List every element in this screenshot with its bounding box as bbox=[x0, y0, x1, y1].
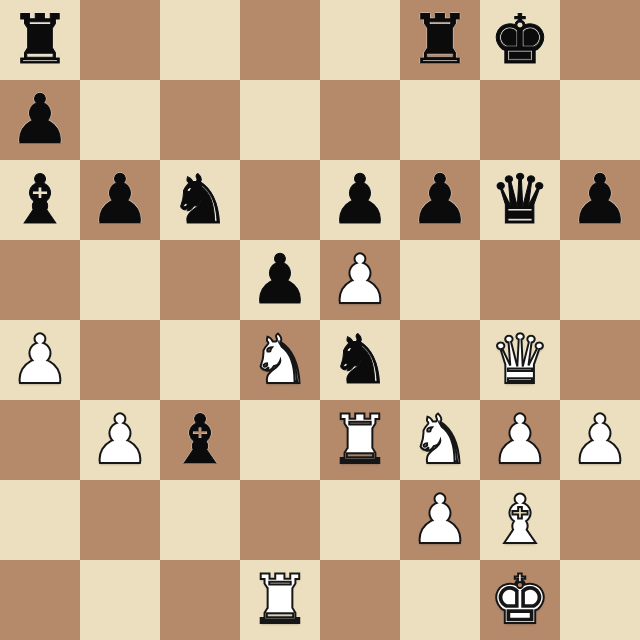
square-h4[interactable] bbox=[560, 320, 640, 400]
black-pawn[interactable]: ♟ bbox=[330, 160, 391, 240]
square-d4[interactable]: ♞ bbox=[240, 320, 320, 400]
square-a7[interactable]: ♟ bbox=[0, 80, 80, 160]
square-e2[interactable] bbox=[320, 480, 400, 560]
black-pawn[interactable]: ♟ bbox=[90, 160, 151, 240]
square-g1[interactable]: ♚ bbox=[480, 560, 560, 640]
white-pawn[interactable]: ♟ bbox=[90, 400, 151, 480]
square-a2[interactable] bbox=[0, 480, 80, 560]
square-d7[interactable] bbox=[240, 80, 320, 160]
square-g4[interactable]: ♛ bbox=[480, 320, 560, 400]
square-b6[interactable]: ♟ bbox=[80, 160, 160, 240]
black-pawn[interactable]: ♟ bbox=[250, 240, 311, 320]
black-queen[interactable]: ♛ bbox=[490, 160, 551, 240]
black-pawn[interactable]: ♟ bbox=[10, 80, 71, 160]
square-d3[interactable] bbox=[240, 400, 320, 480]
square-g3[interactable]: ♟ bbox=[480, 400, 560, 480]
white-bishop[interactable]: ♝ bbox=[490, 480, 551, 560]
square-c6[interactable]: ♞ bbox=[160, 160, 240, 240]
square-h6[interactable]: ♟ bbox=[560, 160, 640, 240]
white-king[interactable]: ♚ bbox=[490, 560, 551, 640]
black-knight[interactable]: ♞ bbox=[330, 320, 391, 400]
square-b3[interactable]: ♟ bbox=[80, 400, 160, 480]
square-a8[interactable]: ♜ bbox=[0, 0, 80, 80]
square-g7[interactable] bbox=[480, 80, 560, 160]
square-f3[interactable]: ♞ bbox=[400, 400, 480, 480]
black-rook[interactable]: ♜ bbox=[10, 0, 71, 80]
square-c3[interactable]: ♝ bbox=[160, 400, 240, 480]
square-e3[interactable]: ♜ bbox=[320, 400, 400, 480]
square-d2[interactable] bbox=[240, 480, 320, 560]
square-f1[interactable] bbox=[400, 560, 480, 640]
square-c5[interactable] bbox=[160, 240, 240, 320]
square-e8[interactable] bbox=[320, 0, 400, 80]
square-e1[interactable] bbox=[320, 560, 400, 640]
square-b8[interactable] bbox=[80, 0, 160, 80]
square-g2[interactable]: ♝ bbox=[480, 480, 560, 560]
white-pawn[interactable]: ♟ bbox=[10, 320, 71, 400]
square-c7[interactable] bbox=[160, 80, 240, 160]
square-f8[interactable]: ♜ bbox=[400, 0, 480, 80]
square-g6[interactable]: ♛ bbox=[480, 160, 560, 240]
square-b4[interactable] bbox=[80, 320, 160, 400]
square-h8[interactable] bbox=[560, 0, 640, 80]
square-f4[interactable] bbox=[400, 320, 480, 400]
black-rook[interactable]: ♜ bbox=[410, 0, 471, 80]
black-king[interactable]: ♚ bbox=[490, 0, 551, 80]
square-f2[interactable]: ♟ bbox=[400, 480, 480, 560]
white-pawn[interactable]: ♟ bbox=[570, 400, 631, 480]
square-a3[interactable] bbox=[0, 400, 80, 480]
white-rook[interactable]: ♜ bbox=[330, 400, 391, 480]
white-pawn[interactable]: ♟ bbox=[330, 240, 391, 320]
square-c1[interactable] bbox=[160, 560, 240, 640]
chess-board: ♜♜♚♟♝♟♞♟♟♛♟♟♟♟♞♞♛♟♝♜♞♟♟♟♝♜♚ bbox=[0, 0, 640, 640]
square-a4[interactable]: ♟ bbox=[0, 320, 80, 400]
square-h7[interactable] bbox=[560, 80, 640, 160]
square-a1[interactable] bbox=[0, 560, 80, 640]
white-pawn[interactable]: ♟ bbox=[490, 400, 551, 480]
white-knight[interactable]: ♞ bbox=[250, 320, 311, 400]
square-b1[interactable] bbox=[80, 560, 160, 640]
black-pawn[interactable]: ♟ bbox=[570, 160, 631, 240]
square-d6[interactable] bbox=[240, 160, 320, 240]
square-d5[interactable]: ♟ bbox=[240, 240, 320, 320]
square-f7[interactable] bbox=[400, 80, 480, 160]
square-c8[interactable] bbox=[160, 0, 240, 80]
black-pawn[interactable]: ♟ bbox=[410, 160, 471, 240]
white-rook[interactable]: ♜ bbox=[250, 560, 311, 640]
square-e5[interactable]: ♟ bbox=[320, 240, 400, 320]
square-e4[interactable]: ♞ bbox=[320, 320, 400, 400]
square-b5[interactable] bbox=[80, 240, 160, 320]
square-e6[interactable]: ♟ bbox=[320, 160, 400, 240]
black-bishop[interactable]: ♝ bbox=[170, 400, 231, 480]
square-b2[interactable] bbox=[80, 480, 160, 560]
white-knight[interactable]: ♞ bbox=[410, 400, 471, 480]
square-a6[interactable]: ♝ bbox=[0, 160, 80, 240]
square-g5[interactable] bbox=[480, 240, 560, 320]
square-h3[interactable]: ♟ bbox=[560, 400, 640, 480]
square-g8[interactable]: ♚ bbox=[480, 0, 560, 80]
square-d8[interactable] bbox=[240, 0, 320, 80]
square-e7[interactable] bbox=[320, 80, 400, 160]
square-a5[interactable] bbox=[0, 240, 80, 320]
white-pawn[interactable]: ♟ bbox=[410, 480, 471, 560]
square-f5[interactable] bbox=[400, 240, 480, 320]
black-knight[interactable]: ♞ bbox=[170, 160, 231, 240]
black-bishop[interactable]: ♝ bbox=[10, 160, 71, 240]
square-d1[interactable]: ♜ bbox=[240, 560, 320, 640]
square-c4[interactable] bbox=[160, 320, 240, 400]
white-queen[interactable]: ♛ bbox=[490, 320, 551, 400]
square-c2[interactable] bbox=[160, 480, 240, 560]
square-h5[interactable] bbox=[560, 240, 640, 320]
square-f6[interactable]: ♟ bbox=[400, 160, 480, 240]
square-h2[interactable] bbox=[560, 480, 640, 560]
square-h1[interactable] bbox=[560, 560, 640, 640]
square-b7[interactable] bbox=[80, 80, 160, 160]
